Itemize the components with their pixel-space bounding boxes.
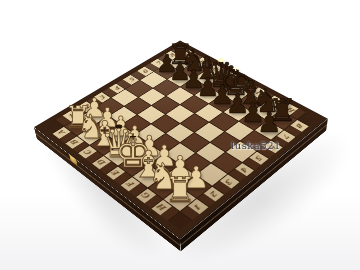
board-grid: ABCDEFGH8877665544332211ABCDEFGH [44,45,318,230]
board-top-face: ABCDEFGH8877665544332211ABCDEFGH [34,41,328,240]
photo-background: ABCDEFGH8877665544332211ABCDEFGH ♜♞♝♛♚+♝… [0,0,360,270]
chess-board: ABCDEFGH8877665544332211ABCDEFGH [34,41,328,240]
watermark: luska521 [231,140,281,151]
perspective-wrapper: ABCDEFGH8877665544332211ABCDEFGH [0,0,360,270]
